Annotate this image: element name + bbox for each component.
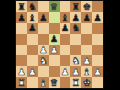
black-pawn-d5[interactable]: ♟ — [50, 34, 59, 44]
square-c6[interactable] — [38, 23, 49, 34]
square-c5[interactable] — [38, 34, 49, 45]
square-f4[interactable] — [70, 45, 81, 56]
square-d4[interactable]: ♟ — [49, 45, 60, 56]
square-e5[interactable] — [60, 34, 71, 45]
square-g3[interactable]: ♟ — [81, 55, 92, 66]
black-pawn-a7[interactable]: ♟ — [17, 12, 26, 22]
square-b2[interactable]: ♟ — [27, 66, 38, 77]
black-rook-a8[interactable]: ♜ — [17, 1, 26, 11]
square-h2[interactable]: ♟ — [92, 66, 103, 77]
chess-board[interactable]: ♜♞♛♜♚♟♝♟♝♟♟♟♟♟♞♟♟♟♞♞♟♟♟♟♟♝♟♜♝♛♜♚ — [16, 1, 103, 88]
square-h8[interactable] — [92, 1, 103, 12]
square-a5[interactable] — [16, 34, 27, 45]
square-c1[interactable]: ♝ — [38, 77, 49, 88]
square-a6[interactable] — [16, 23, 27, 34]
square-f7[interactable]: ♟ — [70, 12, 81, 23]
square-d7[interactable] — [49, 12, 60, 23]
square-d3[interactable] — [49, 55, 60, 66]
black-pawn-f7[interactable]: ♟ — [72, 12, 81, 22]
square-b3[interactable] — [27, 55, 38, 66]
square-b6[interactable]: ♟ — [27, 23, 38, 34]
square-f5[interactable] — [70, 34, 81, 45]
square-f2[interactable]: ♟ — [70, 66, 81, 77]
square-h1[interactable] — [92, 77, 103, 88]
black-knight-b8[interactable]: ♞ — [28, 1, 37, 11]
white-knight-c3[interactable]: ♞ — [39, 56, 48, 66]
black-queen-d8[interactable]: ♛ — [50, 1, 59, 11]
square-c3[interactable]: ♞ — [38, 55, 49, 66]
square-e3[interactable] — [60, 55, 71, 66]
black-king-g8[interactable]: ♚ — [82, 1, 91, 11]
square-c2[interactable] — [38, 66, 49, 77]
white-pawn-b2[interactable]: ♟ — [28, 66, 37, 76]
square-g7[interactable]: ♟ — [81, 12, 92, 23]
white-knight-f3[interactable]: ♞ — [72, 56, 81, 66]
black-pawn-c7[interactable]: ♟ — [39, 12, 48, 22]
square-c4[interactable]: ♟ — [38, 45, 49, 56]
square-g5[interactable] — [81, 34, 92, 45]
square-a4[interactable] — [16, 45, 27, 56]
white-bishop-g2[interactable]: ♝ — [82, 66, 91, 76]
white-pawn-e2[interactable]: ♟ — [61, 66, 70, 76]
square-g4[interactable] — [81, 45, 92, 56]
square-c7[interactable]: ♟ — [38, 12, 49, 23]
square-a2[interactable]: ♟ — [16, 66, 27, 77]
square-a8[interactable]: ♜ — [16, 1, 27, 12]
square-b8[interactable]: ♞ — [27, 1, 38, 12]
square-a7[interactable]: ♟ — [16, 12, 27, 23]
black-rook-f8[interactable]: ♜ — [72, 1, 81, 11]
square-f3[interactable]: ♞ — [70, 55, 81, 66]
square-d8[interactable]: ♛ — [49, 1, 60, 12]
black-pawn-e6[interactable]: ♟ — [61, 23, 70, 33]
black-bishop-e7[interactable]: ♝ — [61, 12, 70, 22]
square-d1[interactable]: ♛ — [49, 77, 60, 88]
square-f8[interactable]: ♜ — [70, 1, 81, 12]
square-c8[interactable] — [38, 1, 49, 12]
white-pawn-h2[interactable]: ♟ — [93, 66, 102, 76]
square-g2[interactable]: ♝ — [81, 66, 92, 77]
square-a1[interactable]: ♜ — [16, 77, 27, 88]
square-e6[interactable]: ♟ — [60, 23, 71, 34]
black-pawn-g7[interactable]: ♟ — [82, 12, 91, 22]
square-f6[interactable]: ♞ — [70, 23, 81, 34]
square-e2[interactable]: ♟ — [60, 66, 71, 77]
screenshot-canvas: ♜♞♛♜♚♟♝♟♝♟♟♟♟♟♞♟♟♟♞♞♟♟♟♟♟♝♟♜♝♛♜♚ — [0, 0, 120, 90]
white-queen-d1[interactable]: ♛ — [50, 77, 59, 87]
square-d6[interactable] — [49, 23, 60, 34]
white-rook-f1[interactable]: ♜ — [72, 77, 81, 87]
square-e7[interactable]: ♝ — [60, 12, 71, 23]
black-pawn-b6[interactable]: ♟ — [28, 23, 37, 33]
square-g6[interactable] — [81, 23, 92, 34]
square-e4[interactable] — [60, 45, 71, 56]
square-h5[interactable] — [92, 34, 103, 45]
white-pawn-c4[interactable]: ♟ — [39, 45, 48, 55]
black-bishop-b7[interactable]: ♝ — [28, 12, 37, 22]
white-bishop-c1[interactable]: ♝ — [39, 77, 48, 87]
white-king-g1[interactable]: ♚ — [82, 77, 91, 87]
square-e8[interactable] — [60, 1, 71, 12]
square-d5[interactable]: ♟ — [49, 34, 60, 45]
white-pawn-d4[interactable]: ♟ — [50, 45, 59, 55]
square-b1[interactable] — [27, 77, 38, 88]
black-knight-f6[interactable]: ♞ — [72, 23, 81, 33]
square-h7[interactable]: ♟ — [92, 12, 103, 23]
square-b5[interactable] — [27, 34, 38, 45]
white-pawn-a2[interactable]: ♟ — [17, 66, 26, 76]
square-g8[interactable]: ♚ — [81, 1, 92, 12]
white-pawn-g3[interactable]: ♟ — [82, 56, 91, 66]
square-h3[interactable] — [92, 55, 103, 66]
white-rook-a1[interactable]: ♜ — [17, 77, 26, 87]
square-b4[interactable] — [27, 45, 38, 56]
square-f1[interactable]: ♜ — [70, 77, 81, 88]
square-e1[interactable] — [60, 77, 71, 88]
white-pawn-f2[interactable]: ♟ — [72, 66, 81, 76]
black-pawn-h7[interactable]: ♟ — [93, 12, 102, 22]
square-d2[interactable] — [49, 66, 60, 77]
square-a3[interactable] — [16, 55, 27, 66]
square-h4[interactable] — [92, 45, 103, 56]
square-b7[interactable]: ♝ — [27, 12, 38, 23]
square-g1[interactable]: ♚ — [81, 77, 92, 88]
square-h6[interactable] — [92, 23, 103, 34]
